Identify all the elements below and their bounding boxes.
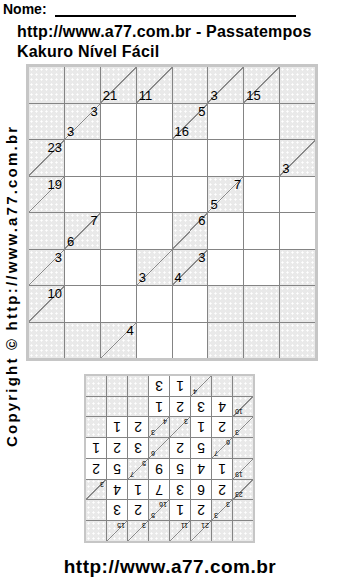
solution-cell-r8c6-block — [128, 376, 148, 396]
across-clue: 10 — [47, 287, 61, 300]
puzzle-cell-r8c1-block — [29, 323, 64, 359]
solution-digit: 1 — [176, 378, 184, 394]
solution-digit: 4 — [218, 399, 226, 415]
solution-cell-r3c5: 7 — [149, 480, 169, 500]
solution-cell-r4c7: 5 — [107, 459, 127, 479]
solution-digit: 2 — [218, 482, 226, 498]
across-clue: 4 — [126, 324, 133, 337]
down-clue: 4 — [175, 271, 182, 284]
solution-digit: 4 — [113, 482, 121, 498]
solution-digit: 6 — [197, 482, 205, 498]
puzzle-cell-r4c7[interactable] — [244, 177, 279, 213]
solution-cell-r2c5-clue: 516 — [149, 501, 169, 521]
puzzle-cell-r3c8-clue: 3 — [280, 140, 315, 176]
puzzle-cell-r1c1-block — [29, 67, 64, 103]
down-clue: 3 — [100, 481, 104, 488]
name-label: Nome: — [3, 1, 47, 17]
solution-cell-r4c2: 1 — [212, 459, 232, 479]
solution-cell-r5c8: 1 — [86, 438, 106, 458]
solution-cell-r7c6-block — [128, 397, 148, 417]
footer-url-text: http://www.a77.com.br — [0, 556, 340, 578]
solution-cell-r3c1-clue: 23 — [233, 480, 253, 500]
puzzle-cell-r3c1-clue: 23 — [29, 140, 64, 176]
solution-cell-r1c5-block — [149, 521, 169, 541]
down-clue: 3 — [142, 522, 146, 529]
solution-cell-r5c3: 5 — [191, 438, 211, 458]
puzzle-cell-r8c4[interactable] — [137, 323, 172, 359]
puzzle-cell-r5c2-clue: 76 — [65, 213, 100, 249]
solution-cell-r2c3: 2 — [191, 501, 211, 521]
down-clue: 3 — [184, 419, 188, 426]
solution-digit: 2 — [134, 502, 142, 518]
solution-cell-r6c4-clue: 3 — [170, 418, 190, 438]
solution-cell-r8c4: 1 — [170, 376, 190, 396]
puzzle-cell-r5c1-block — [29, 213, 64, 249]
puzzle-cell-r2c8-block — [280, 104, 315, 140]
solution-digit: 3 — [155, 378, 163, 394]
solution-digit: 1 — [134, 482, 142, 498]
solution-cell-r4c5: 9 — [149, 459, 169, 479]
across-clue: 3 — [198, 251, 205, 264]
page-title: Kakuro Nível Fácil — [17, 43, 159, 61]
solution-cell-r6c3: 1 — [191, 418, 211, 438]
puzzle-cell-r7c6-block — [208, 286, 243, 322]
down-clue: 5 — [210, 198, 217, 211]
puzzle-board: 21113153351623319757663334104 — [26, 64, 318, 361]
solution-cell-r6c1-clue: 3 — [233, 418, 253, 438]
puzzle-cell-r8c6-block — [208, 323, 243, 359]
puzzle-cell-r1c5-block — [173, 67, 208, 103]
solution-cell-r4c8: 2 — [86, 459, 106, 479]
solution-cell-r6c2: 2 — [212, 418, 232, 438]
solution-digit: 5 — [176, 461, 184, 477]
solution-cell-r7c8-block — [86, 397, 106, 417]
puzzle-cell-r6c8-block — [280, 250, 315, 286]
puzzle-cell-r3c3[interactable] — [101, 140, 136, 176]
solution-cell-r4c1-clue: 19 — [233, 459, 253, 479]
across-clue: 7 — [130, 471, 134, 478]
down-clue: 3 — [282, 162, 289, 175]
across-clue: 7 — [91, 214, 98, 227]
solution-digit: 7 — [155, 482, 163, 498]
solution-digit: 9 — [155, 461, 163, 477]
solution-cell-r3c8-clue: 3 — [86, 480, 106, 500]
solution-digit: 3 — [134, 440, 142, 456]
down-clue: 21 — [201, 522, 209, 529]
solution-cell-r6c7: 1 — [107, 418, 127, 438]
solution-digit: 3 — [113, 502, 121, 518]
solution-cell-r1c4-clue: 11 — [170, 521, 190, 541]
puzzle-cell-r6c6[interactable] — [208, 250, 243, 286]
down-clue: 3 — [226, 502, 230, 509]
across-clue: 3 — [91, 105, 98, 118]
puzzle-cell-r8c8-block — [280, 323, 315, 359]
solution-cell-r5c7: 2 — [107, 438, 127, 458]
solution-cell-r1c8-block — [86, 521, 106, 541]
solution-cell-r2c1-block — [233, 501, 253, 521]
across-clue: 5 — [198, 105, 205, 118]
across-clue: 19 — [47, 178, 61, 191]
across-clue: 10 — [235, 409, 243, 416]
puzzle-cell-r6c7[interactable] — [244, 250, 279, 286]
solution-cell-r2c6: 2 — [128, 501, 148, 521]
down-clue: 4 — [163, 419, 167, 426]
solution-cell-r4c6-clue: 75 — [128, 459, 148, 479]
solution-cell-r2c2-clue: 33 — [212, 501, 232, 521]
puzzle-cell-r8c3-clue: 4 — [101, 323, 136, 359]
solution-digit: 2 — [218, 419, 226, 435]
vertical-copyright-text: Copyright © http://www.a77.com.br — [3, 125, 20, 447]
puzzle-cell-r3c2[interactable] — [65, 140, 100, 176]
solution-cell-r8c3-clue: 4 — [191, 376, 211, 396]
puzzle-cell-r6c3[interactable] — [101, 250, 136, 286]
solution-cell-r2c8-block — [86, 501, 106, 521]
down-clue: 3 — [210, 89, 217, 102]
puzzle-cell-r7c1-clue: 10 — [29, 286, 64, 322]
solution-cell-r3c7: 4 — [107, 480, 127, 500]
puzzle-cell-r4c5[interactable] — [173, 177, 208, 213]
puzzle-cell-r1c3-clue: 21 — [101, 67, 136, 103]
solution-digit: 1 — [176, 502, 184, 518]
puzzle-cell-r3c4[interactable] — [137, 140, 172, 176]
across-clue: 3 — [214, 512, 218, 519]
down-clue: 6 — [226, 439, 230, 446]
puzzle-cell-r5c6[interactable] — [208, 213, 243, 249]
solution-digit: 3 — [197, 399, 205, 415]
puzzle-cell-r7c7-block — [244, 286, 279, 322]
solution-digit: 2 — [134, 419, 142, 435]
puzzle-cell-r3c6[interactable] — [208, 140, 243, 176]
puzzle-cell-r4c8[interactable] — [280, 177, 315, 213]
across-clue: 5 — [151, 512, 155, 519]
solution-cell-r3c3: 6 — [191, 480, 211, 500]
solution-digit: 1 — [218, 461, 226, 477]
solution-cell-r5c2-clue: 76 — [212, 438, 232, 458]
down-clue: 6 — [67, 235, 74, 248]
across-clue: 23 — [235, 492, 243, 499]
solution-cell-r7c1-clue: 10 — [233, 397, 253, 417]
puzzle-cell-r7c5[interactable] — [173, 286, 208, 322]
solution-cell-r1c6-clue: 3 — [128, 521, 148, 541]
solution-cell-r6c8-block — [86, 418, 106, 438]
solution-digit: 5 — [113, 461, 121, 477]
solution-digit: 5 — [197, 440, 205, 456]
solution-board: 2111315332151623232637143191459755276526… — [84, 374, 255, 543]
solution-cell-r2c4: 1 — [170, 501, 190, 521]
solution-cell-r3c4: 3 — [170, 480, 190, 500]
solution-cell-r6c5-clue: 34 — [149, 418, 169, 438]
solution-cell-r3c2: 2 — [212, 480, 232, 500]
solution-cell-r7c4: 2 — [170, 397, 190, 417]
solution-cell-r1c7-clue: 15 — [107, 521, 127, 541]
puzzle-cell-r6c4-clue: 3 — [137, 250, 172, 286]
puzzle-cell-r8c5[interactable] — [173, 323, 208, 359]
puzzle-cell-r1c8-block — [280, 67, 315, 103]
solution-digit: 1 — [113, 419, 121, 435]
down-clue: 16 — [175, 125, 189, 138]
across-clue: 3 — [55, 251, 62, 264]
solution-cell-r8c2-block — [212, 376, 232, 396]
puzzle-cell-r2c4[interactable] — [137, 104, 172, 140]
puzzle-cell-r5c5-clue: 6 — [173, 213, 208, 249]
solution-digit: 2 — [197, 502, 205, 518]
puzzle-cell-r4c1-clue: 19 — [29, 177, 64, 213]
solution-digit: 3 — [176, 482, 184, 498]
puzzle-cell-r2c3[interactable] — [101, 104, 136, 140]
puzzle-cell-r1c6-clue: 3 — [208, 67, 243, 103]
solution-digit: 4 — [197, 461, 205, 477]
solution-digit: 2 — [176, 399, 184, 415]
puzzle-cell-r8c2-block — [65, 323, 100, 359]
puzzle-cell-r5c7[interactable] — [244, 213, 279, 249]
solution-cell-r8c5: 3 — [149, 376, 169, 396]
puzzle-cell-r2c1-block — [29, 104, 64, 140]
solution-cell-r8c1-block — [233, 376, 253, 396]
puzzle-cell-r8c7-block — [244, 323, 279, 359]
puzzle-cell-r5c8[interactable] — [280, 213, 315, 249]
solution-cell-r1c2-block — [212, 521, 232, 541]
down-clue: 15 — [117, 522, 125, 529]
solution-cell-r7c2: 4 — [212, 397, 232, 417]
name-blank-line — [55, 0, 296, 17]
puzzle-cell-r4c6-clue: 75 — [208, 177, 243, 213]
puzzle-cell-r4c4[interactable] — [137, 177, 172, 213]
puzzle-cell-r6c2[interactable] — [65, 250, 100, 286]
across-clue: 4 — [193, 388, 197, 395]
solution-cell-r5c6: 3 — [128, 438, 148, 458]
solution-cell-r2c7: 3 — [107, 501, 127, 521]
solution-cell-r5c1-block — [233, 438, 253, 458]
down-clue: 5 — [142, 460, 146, 467]
across-clue: 7 — [214, 450, 218, 457]
puzzle-cell-r2c6[interactable] — [208, 104, 243, 140]
solution-cell-r8c8-block — [86, 376, 106, 396]
site-header-text: http://www.a77.com.br - Passatempos — [17, 23, 311, 41]
across-clue: 7 — [234, 178, 241, 191]
solution-cell-r4c4: 5 — [170, 459, 190, 479]
solution-cell-r8c7-block — [107, 376, 127, 396]
solution-digit: 1 — [155, 399, 163, 415]
puzzle-cell-r4c3[interactable] — [101, 177, 136, 213]
solution-cell-r3c6: 1 — [128, 480, 148, 500]
puzzle-cell-r6c1-clue: 3 — [29, 250, 64, 286]
across-clue: 19 — [235, 471, 243, 478]
puzzle-cell-r5c4[interactable] — [137, 213, 172, 249]
puzzle-cell-r1c2-block — [65, 67, 100, 103]
solution-cell-r5c5-clue: 6 — [149, 438, 169, 458]
down-clue: 3 — [67, 125, 74, 138]
across-clue: 3 — [235, 429, 239, 436]
solution-cell-r7c3: 3 — [191, 397, 211, 417]
puzzle-cell-r7c4[interactable] — [137, 286, 172, 322]
puzzle-cell-r5c3[interactable] — [101, 213, 136, 249]
solution-digit: 1 — [92, 440, 100, 456]
solution-digit: 2 — [113, 440, 121, 456]
down-clue: 11 — [139, 89, 153, 102]
solution-cell-r1c3-clue: 21 — [191, 521, 211, 541]
solution-cell-r1c1-block — [233, 521, 253, 541]
solution-digit: 1 — [197, 419, 205, 435]
across-clue: 23 — [47, 141, 61, 154]
puzzle-cell-r2c7[interactable] — [244, 104, 279, 140]
solution-cell-r7c5: 1 — [149, 397, 169, 417]
solution-cell-r7c7-block — [107, 397, 127, 417]
down-clue: 15 — [246, 89, 260, 102]
solution-cell-r4c3: 4 — [191, 459, 211, 479]
puzzle-cell-r6c5-clue: 34 — [173, 250, 208, 286]
solution-digit: 2 — [92, 461, 100, 477]
solution-cell-r5c4: 2 — [170, 438, 190, 458]
puzzle-cell-r2c5-clue: 516 — [173, 104, 208, 140]
down-clue: 11 — [181, 522, 188, 529]
across-clue: 6 — [198, 214, 205, 227]
puzzle-cell-r3c7[interactable] — [244, 140, 279, 176]
puzzle-cell-r2c2-clue: 33 — [65, 104, 100, 140]
puzzle-cell-r7c8-block — [280, 286, 315, 322]
solution-digit: 2 — [176, 440, 184, 456]
puzzle-cell-r1c4-clue: 11 — [137, 67, 172, 103]
puzzle-cell-r7c3[interactable] — [101, 286, 136, 322]
kakuro-page: Nome: http://www.a77.com.br - Passatempo… — [0, 0, 340, 584]
across-clue: 6 — [151, 450, 155, 457]
across-clue: 3 — [151, 429, 155, 436]
down-clue: 3 — [139, 271, 146, 284]
down-clue: 21 — [103, 89, 117, 102]
puzzle-cell-r4c2[interactable] — [65, 177, 100, 213]
puzzle-cell-r3c5[interactable] — [173, 140, 208, 176]
puzzle-cell-r7c2[interactable] — [65, 286, 100, 322]
solution-cell-r6c6: 2 — [128, 418, 148, 438]
down-clue: 16 — [159, 502, 167, 509]
puzzle-cell-r1c7-clue: 15 — [244, 67, 279, 103]
